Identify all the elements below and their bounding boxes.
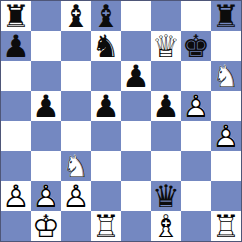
white-pawn-outline-icon: ♙︎ bbox=[31, 181, 61, 211]
square-f5[interactable]: ♟︎ bbox=[151, 91, 181, 121]
square-c5[interactable] bbox=[61, 91, 91, 121]
square-b5[interactable]: ♟︎ bbox=[31, 91, 61, 121]
square-g7[interactable]: ♚︎ bbox=[181, 31, 211, 61]
black-rook-icon: ♜︎ bbox=[211, 1, 241, 31]
black-pawn-piece[interactable]: ♟︎ bbox=[1, 31, 31, 61]
white-queen-piece[interactable]: ♛︎♕︎ bbox=[151, 31, 181, 61]
square-h7[interactable] bbox=[211, 31, 241, 61]
square-h2[interactable] bbox=[211, 181, 241, 211]
square-h6[interactable]: ♞︎♘︎ bbox=[211, 61, 241, 91]
white-pawn-outline-icon: ♙︎ bbox=[1, 181, 31, 211]
black-pawn-icon: ♟︎ bbox=[1, 31, 31, 61]
square-f7[interactable]: ♛︎♕︎ bbox=[151, 31, 181, 61]
white-pawn-piece[interactable]: ♟︎♙︎ bbox=[61, 181, 91, 211]
black-queen-piece[interactable]: ♛︎ bbox=[151, 181, 181, 211]
square-e5[interactable] bbox=[121, 91, 151, 121]
square-h3[interactable] bbox=[211, 151, 241, 181]
square-d7[interactable]: ♞︎ bbox=[91, 31, 121, 61]
square-b3[interactable] bbox=[31, 151, 61, 181]
white-rook-outline-icon: ♖︎ bbox=[91, 211, 121, 241]
square-g1[interactable] bbox=[181, 211, 211, 241]
square-b4[interactable] bbox=[31, 121, 61, 151]
square-c4[interactable] bbox=[61, 121, 91, 151]
square-a8[interactable]: ♜︎ bbox=[1, 1, 31, 31]
white-knight-outline-icon: ♘︎ bbox=[61, 151, 91, 181]
square-d6[interactable] bbox=[91, 61, 121, 91]
black-pawn-piece[interactable]: ♟︎ bbox=[121, 61, 151, 91]
square-f2[interactable]: ♛︎ bbox=[151, 181, 181, 211]
black-rook-piece[interactable]: ♜︎ bbox=[211, 1, 241, 31]
white-queen-outline-icon: ♕︎ bbox=[151, 31, 181, 61]
white-knight-piece[interactable]: ♞︎♘︎ bbox=[211, 61, 241, 91]
square-f1[interactable]: ♝︎♗︎ bbox=[151, 211, 181, 241]
white-pawn-outline-icon: ♙︎ bbox=[211, 121, 241, 151]
square-c7[interactable] bbox=[61, 31, 91, 61]
square-g6[interactable] bbox=[181, 61, 211, 91]
square-f8[interactable] bbox=[151, 1, 181, 31]
black-queen-icon: ♛︎ bbox=[151, 181, 181, 211]
white-pawn-piece[interactable]: ♟︎♙︎ bbox=[181, 91, 211, 121]
square-e2[interactable] bbox=[121, 181, 151, 211]
black-king-piece[interactable]: ♚︎ bbox=[181, 31, 211, 61]
square-a3[interactable] bbox=[1, 151, 31, 181]
square-h8[interactable]: ♜︎ bbox=[211, 1, 241, 31]
black-king-icon: ♚︎ bbox=[181, 31, 211, 61]
square-d3[interactable] bbox=[91, 151, 121, 181]
square-c1[interactable] bbox=[61, 211, 91, 241]
white-bishop-piece[interactable]: ♝︎♗︎ bbox=[151, 211, 181, 241]
square-a6[interactable] bbox=[1, 61, 31, 91]
square-f3[interactable] bbox=[151, 151, 181, 181]
square-h4[interactable]: ♟︎♙︎ bbox=[211, 121, 241, 151]
white-pawn-piece[interactable]: ♟︎♙︎ bbox=[1, 181, 31, 211]
square-g8[interactable] bbox=[181, 1, 211, 31]
square-b6[interactable] bbox=[31, 61, 61, 91]
square-a2[interactable]: ♟︎♙︎ bbox=[1, 181, 31, 211]
chess-board: ♜︎♝︎♝︎♜︎♟︎♞︎♛︎♕︎♚︎♟︎♞︎♘︎♟︎♟︎♟︎♟︎♙︎♟︎♙︎♞︎… bbox=[0, 0, 242, 242]
square-c8[interactable]: ♝︎ bbox=[61, 1, 91, 31]
white-rook-outline-icon: ♖︎ bbox=[211, 211, 241, 241]
square-d5[interactable]: ♟︎ bbox=[91, 91, 121, 121]
square-b1[interactable]: ♚︎♔︎ bbox=[31, 211, 61, 241]
square-e8[interactable] bbox=[121, 1, 151, 31]
white-bishop-outline-icon: ♗︎ bbox=[151, 211, 181, 241]
black-bishop-piece[interactable]: ♝︎ bbox=[91, 1, 121, 31]
square-h5[interactable] bbox=[211, 91, 241, 121]
square-d2[interactable] bbox=[91, 181, 121, 211]
white-pawn-outline-icon: ♙︎ bbox=[181, 91, 211, 121]
square-c6[interactable] bbox=[61, 61, 91, 91]
black-bishop-icon: ♝︎ bbox=[91, 1, 121, 31]
square-c3[interactable]: ♞︎♘︎ bbox=[61, 151, 91, 181]
black-pawn-piece[interactable]: ♟︎ bbox=[151, 91, 181, 121]
square-a4[interactable] bbox=[1, 121, 31, 151]
square-d8[interactable]: ♝︎ bbox=[91, 1, 121, 31]
square-d4[interactable] bbox=[91, 121, 121, 151]
white-pawn-outline-icon: ♙︎ bbox=[61, 181, 91, 211]
square-g5[interactable]: ♟︎♙︎ bbox=[181, 91, 211, 121]
square-e1[interactable] bbox=[121, 211, 151, 241]
black-pawn-icon: ♟︎ bbox=[151, 91, 181, 121]
black-pawn-piece[interactable]: ♟︎ bbox=[91, 91, 121, 121]
white-rook-piece[interactable]: ♜︎♖︎ bbox=[91, 211, 121, 241]
black-bishop-icon: ♝︎ bbox=[61, 1, 91, 31]
white-king-piece[interactable]: ♚︎♔︎ bbox=[31, 211, 61, 241]
black-pawn-icon: ♟︎ bbox=[91, 91, 121, 121]
square-e6[interactable]: ♟︎ bbox=[121, 61, 151, 91]
square-e7[interactable] bbox=[121, 31, 151, 61]
square-h1[interactable]: ♜︎♖︎ bbox=[211, 211, 241, 241]
square-g2[interactable] bbox=[181, 181, 211, 211]
black-rook-icon: ♜︎ bbox=[1, 1, 31, 31]
square-a1[interactable] bbox=[1, 211, 31, 241]
square-g4[interactable] bbox=[181, 121, 211, 151]
white-rook-piece[interactable]: ♜︎♖︎ bbox=[211, 211, 241, 241]
square-f4[interactable] bbox=[151, 121, 181, 151]
square-a7[interactable]: ♟︎ bbox=[1, 31, 31, 61]
black-pawn-piece[interactable]: ♟︎ bbox=[31, 91, 61, 121]
square-d1[interactable]: ♜︎♖︎ bbox=[91, 211, 121, 241]
black-knight-piece[interactable]: ♞︎ bbox=[91, 31, 121, 61]
white-knight-piece[interactable]: ♞︎♘︎ bbox=[61, 151, 91, 181]
black-pawn-icon: ♟︎ bbox=[121, 61, 151, 91]
square-g3[interactable] bbox=[181, 151, 211, 181]
chess-board-container: ♜︎♝︎♝︎♜︎♟︎♞︎♛︎♕︎♚︎♟︎♞︎♘︎♟︎♟︎♟︎♟︎♙︎♟︎♙︎♞︎… bbox=[0, 0, 242, 242]
white-pawn-piece[interactable]: ♟︎♙︎ bbox=[211, 121, 241, 151]
square-e3[interactable] bbox=[121, 151, 151, 181]
square-b8[interactable] bbox=[31, 1, 61, 31]
black-knight-icon: ♞︎ bbox=[91, 31, 121, 61]
black-rook-piece[interactable]: ♜︎ bbox=[1, 1, 31, 31]
square-b7[interactable] bbox=[31, 31, 61, 61]
white-king-outline-icon: ♔︎ bbox=[31, 211, 61, 241]
square-b2[interactable]: ♟︎♙︎ bbox=[31, 181, 61, 211]
white-pawn-piece[interactable]: ♟︎♙︎ bbox=[31, 181, 61, 211]
black-bishop-piece[interactable]: ♝︎ bbox=[61, 1, 91, 31]
white-knight-outline-icon: ♘︎ bbox=[211, 61, 241, 91]
square-a5[interactable] bbox=[1, 91, 31, 121]
square-f6[interactable] bbox=[151, 61, 181, 91]
black-pawn-icon: ♟︎ bbox=[31, 91, 61, 121]
square-c2[interactable]: ♟︎♙︎ bbox=[61, 181, 91, 211]
square-e4[interactable] bbox=[121, 121, 151, 151]
